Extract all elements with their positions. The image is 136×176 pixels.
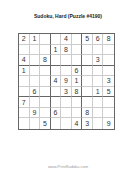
sudoku-cell-empty[interactable] [40,76,51,87]
sudoku-cell-empty[interactable] [82,45,93,56]
sudoku-cell-given[interactable]: 8 [40,55,51,66]
sudoku-cell-empty[interactable] [82,55,93,66]
sudoku-cell-empty[interactable] [51,87,62,98]
sudoku-board: 214568184831649136381579685439 [18,33,115,130]
sudoku-cell-empty[interactable] [30,76,41,87]
sudoku-cell-empty[interactable] [30,55,41,66]
sudoku-cell-given[interactable]: 1 [19,66,30,77]
sudoku-cell-empty[interactable] [61,97,72,108]
sudoku-cell-empty[interactable] [30,45,41,56]
sudoku-cell-given[interactable]: 8 [72,87,83,98]
page-title: Sudoku, Hard (Puzzle #4190) [0,13,136,19]
sudoku-cell-given[interactable]: 4 [61,34,72,45]
sudoku-cell-empty[interactable] [61,118,72,129]
sudoku-cell-empty[interactable] [40,108,51,119]
sudoku-cell-empty[interactable] [51,97,62,108]
sudoku-cell-empty[interactable] [72,55,83,66]
sudoku-page: Sudoku, Hard (Puzzle #4190) 214568184831… [0,0,136,176]
sudoku-cell-empty[interactable] [30,66,41,77]
sudoku-cell-given[interactable]: 3 [93,55,104,66]
sudoku-cell-given[interactable]: 1 [93,87,104,98]
sudoku-cell-empty[interactable] [40,87,51,98]
sudoku-cell-empty[interactable] [72,97,83,108]
sudoku-cell-empty[interactable] [19,45,30,56]
sudoku-cell-given[interactable]: 6 [51,108,62,119]
sudoku-cell-given[interactable]: 5 [40,118,51,129]
sudoku-cell-empty[interactable] [82,87,93,98]
sudoku-cell-empty[interactable] [61,108,72,119]
sudoku-cell-given[interactable]: 6 [30,87,41,98]
sudoku-cell-given[interactable]: 8 [103,34,114,45]
sudoku-cell-given[interactable]: 5 [82,34,93,45]
sudoku-cell-given[interactable]: 3 [61,87,72,98]
sudoku-cell-given[interactable]: 4 [19,55,30,66]
sudoku-cell-empty[interactable] [19,118,30,129]
sudoku-cell-given[interactable]: 3 [82,118,93,129]
sudoku-cell-empty[interactable] [103,45,114,56]
sudoku-cell-empty[interactable] [103,55,114,66]
sudoku-cell-given[interactable]: 8 [61,45,72,56]
sudoku-cell-empty[interactable] [40,34,51,45]
sudoku-cell-given[interactable]: 9 [103,118,114,129]
sudoku-cell-given[interactable]: 6 [93,34,104,45]
sudoku-cell-empty[interactable] [19,87,30,98]
sudoku-cell-given[interactable]: 1 [72,76,83,87]
sudoku-cell-empty[interactable] [93,118,104,129]
sudoku-cell-given[interactable]: 4 [72,118,83,129]
footer-url: www.PrintSudoku.com [0,164,136,169]
sudoku-cell-empty[interactable] [51,66,62,77]
sudoku-cell-empty[interactable] [93,76,104,87]
sudoku-cell-given[interactable]: 9 [30,108,41,119]
sudoku-cell-empty[interactable] [93,108,104,119]
sudoku-cell-given[interactable]: 1 [30,34,41,45]
sudoku-cell-empty[interactable] [30,118,41,129]
sudoku-cell-empty[interactable] [72,108,83,119]
sudoku-cell-given[interactable]: 4 [51,76,62,87]
sudoku-cell-empty[interactable] [93,97,104,108]
sudoku-cell-given[interactable]: 1 [51,45,62,56]
sudoku-cell-empty[interactable] [72,34,83,45]
sudoku-cell-given[interactable]: 8 [82,108,93,119]
sudoku-cell-empty[interactable] [93,66,104,77]
sudoku-cell-given[interactable]: 6 [72,66,83,77]
sudoku-cell-empty[interactable] [72,45,83,56]
sudoku-cell-empty[interactable] [61,55,72,66]
sudoku-cell-empty[interactable] [82,97,93,108]
sudoku-cell-empty[interactable] [61,66,72,77]
sudoku-cell-empty[interactable] [103,66,114,77]
sudoku-cell-empty[interactable] [93,45,104,56]
sudoku-cell-given[interactable]: 9 [61,76,72,87]
sudoku-cell-empty[interactable] [40,45,51,56]
sudoku-cell-empty[interactable] [40,97,51,108]
sudoku-cell-empty[interactable] [40,66,51,77]
sudoku-cell-empty[interactable] [103,97,114,108]
sudoku-cell-given[interactable]: 5 [103,87,114,98]
sudoku-cell-empty[interactable] [19,108,30,119]
sudoku-cell-empty[interactable] [19,76,30,87]
sudoku-cell-given[interactable]: 2 [19,34,30,45]
sudoku-cell-empty[interactable] [82,76,93,87]
sudoku-cell-empty[interactable] [82,66,93,77]
sudoku-cell-given[interactable]: 7 [19,97,30,108]
sudoku-cell-empty[interactable] [51,34,62,45]
sudoku-cell-empty[interactable] [30,97,41,108]
sudoku-cell-empty[interactable] [103,108,114,119]
sudoku-cell-empty[interactable] [51,118,62,129]
sudoku-cell-given[interactable]: 3 [103,76,114,87]
sudoku-cell-empty[interactable] [51,55,62,66]
